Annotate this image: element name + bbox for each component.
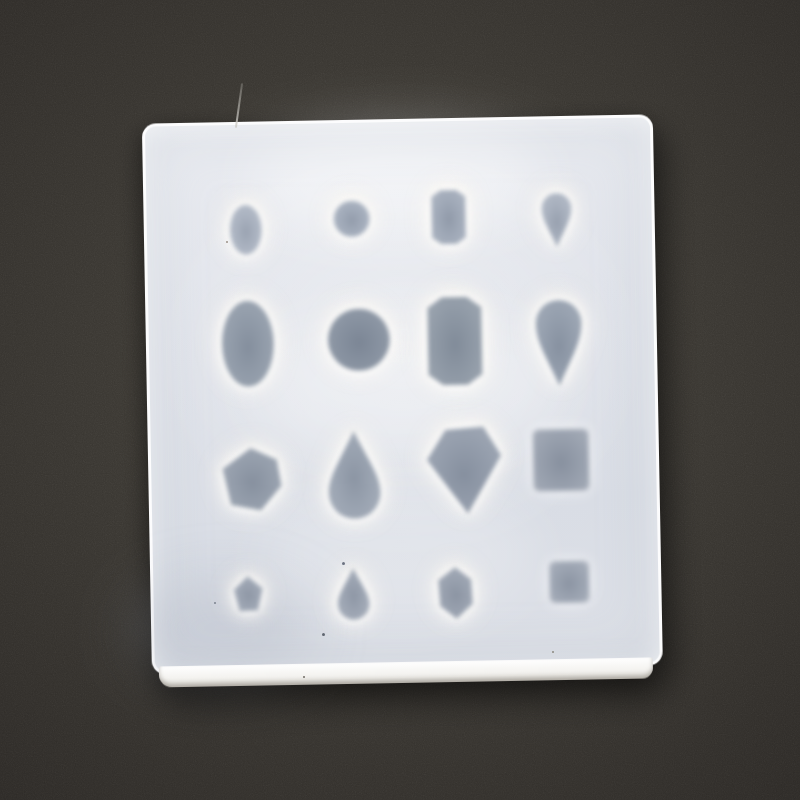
cavity-pit — [337, 568, 370, 621]
mold-cavity-square-small — [549, 561, 590, 604]
dust-speck — [552, 651, 554, 653]
cavity-pit — [327, 308, 390, 371]
dust-speck — [226, 241, 228, 243]
mold-cavity-pentagon-small — [232, 575, 265, 614]
cavity-pit — [221, 300, 275, 387]
cavity-pit — [535, 300, 583, 387]
dust-speck — [303, 676, 305, 678]
mold-cavity-round-small — [333, 201, 370, 238]
surface-shadow-patch — [128, 579, 315, 677]
silicone-mold — [142, 114, 657, 689]
mold-cavity-teardrop-down-small — [541, 193, 572, 248]
cavity-pit — [425, 426, 503, 515]
mold-cavity-shield-hexagon-large — [425, 426, 503, 515]
cavity-pit — [541, 193, 572, 248]
mold-cavity-oval-small — [229, 204, 262, 255]
mold-cavity-emerald-octagon-small — [431, 190, 466, 245]
cavity-pit — [427, 296, 483, 385]
mold-cavity-hexagon-small — [434, 567, 477, 620]
mold-cavity-square-large — [533, 429, 590, 492]
dust-speck — [214, 602, 216, 604]
cavity-pit — [431, 190, 466, 245]
cavity-pit — [533, 429, 590, 492]
mold-top-surface — [142, 114, 663, 674]
mold-cavity-teardrop-up-small — [337, 568, 370, 621]
cavity-pit — [333, 201, 370, 238]
mold-cavity-teardrop-down-large — [535, 300, 583, 387]
mold-cavity-emerald-octagon-large — [427, 296, 483, 385]
photo-stage — [0, 0, 800, 800]
cavity-pit — [434, 567, 477, 620]
mold-cavity-hexagon-large — [221, 446, 284, 513]
cavity-grid — [145, 117, 650, 126]
dust-speck — [322, 633, 325, 636]
mold-cavity-oval-large — [221, 300, 275, 387]
cavity-pit — [229, 204, 262, 255]
surface-sheen — [243, 304, 566, 460]
surface-sheen — [245, 127, 547, 237]
cavity-pit — [549, 561, 590, 604]
mold-cavity-round-large — [327, 308, 390, 371]
cavity-pit — [232, 575, 265, 614]
cavity-pit — [221, 446, 284, 513]
mold-cavity-pear-up-large — [328, 430, 382, 519]
cavity-pit — [328, 430, 382, 519]
dust-speck — [342, 562, 345, 565]
